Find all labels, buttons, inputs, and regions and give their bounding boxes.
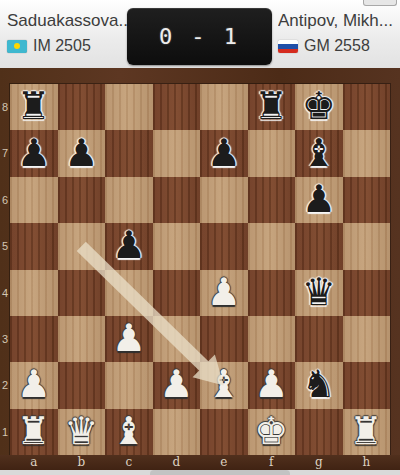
square-a6[interactable] <box>10 177 58 223</box>
kazakhstan-flag-icon <box>7 40 27 53</box>
square-c8[interactable] <box>105 84 153 130</box>
bottom-drag-handle[interactable] <box>150 470 290 475</box>
rank-labels: 87654321 <box>0 84 10 455</box>
square-b1[interactable]: ♛ <box>58 409 106 455</box>
square-c1[interactable]: ♝ <box>105 409 153 455</box>
square-c2[interactable] <box>105 362 153 408</box>
rank-label-2: 2 <box>0 362 10 408</box>
square-g1[interactable] <box>295 409 343 455</box>
white-pawn-a2[interactable]: ♟ <box>17 365 51 403</box>
square-e8[interactable] <box>200 84 248 130</box>
white-bishop-e2[interactable]: ♝ <box>207 365 241 403</box>
board-squares: ♜♜♚♟♟♟♝♟♟♟♛♟♟♟♝♟♞♜♛♝♚♜ <box>10 84 390 455</box>
square-b5[interactable] <box>58 223 106 269</box>
square-b2[interactable] <box>58 362 106 408</box>
file-label-g: g <box>295 455 343 470</box>
square-a3[interactable] <box>10 316 58 362</box>
white-player-rating: IM 2505 <box>33 37 91 55</box>
black-knight-g2[interactable]: ♞ <box>302 365 336 403</box>
game-header: Saduakassova... IM 2505 0 - 1 Antipov, M… <box>0 0 400 68</box>
square-g7[interactable]: ♝ <box>295 130 343 176</box>
square-e3[interactable] <box>200 316 248 362</box>
square-a8[interactable]: ♜ <box>10 84 58 130</box>
square-b6[interactable] <box>58 177 106 223</box>
rank-label-1: 1 <box>0 409 10 455</box>
square-d1[interactable] <box>153 409 201 455</box>
square-a7[interactable]: ♟ <box>10 130 58 176</box>
white-player-panel[interactable]: Saduakassova... IM 2505 <box>0 8 128 66</box>
square-b3[interactable] <box>58 316 106 362</box>
square-h6[interactable] <box>343 177 391 223</box>
file-label-f: f <box>248 455 296 470</box>
square-f3[interactable] <box>248 316 296 362</box>
square-d3[interactable] <box>153 316 201 362</box>
score-display: 0 - 1 <box>127 8 272 65</box>
square-b8[interactable] <box>58 84 106 130</box>
black-player-panel[interactable]: Antipov, Mikh... GM 2558 <box>272 8 400 66</box>
square-e7[interactable]: ♟ <box>200 130 248 176</box>
rank-label-8: 8 <box>0 84 10 130</box>
russia-flag-icon <box>278 40 298 53</box>
black-pawn-e7[interactable]: ♟ <box>207 134 241 172</box>
white-rook-a1[interactable]: ♜ <box>17 412 51 450</box>
score-text: 0 - 1 <box>159 24 240 49</box>
file-label-h: h <box>343 455 391 470</box>
square-a4[interactable] <box>10 270 58 316</box>
square-c4[interactable] <box>105 270 153 316</box>
square-g4[interactable]: ♛ <box>295 270 343 316</box>
square-c5[interactable]: ♟ <box>105 223 153 269</box>
square-f6[interactable] <box>248 177 296 223</box>
black-pawn-c5[interactable]: ♟ <box>112 226 146 264</box>
black-rook-a8[interactable]: ♜ <box>17 87 51 125</box>
square-h2[interactable] <box>343 362 391 408</box>
square-d8[interactable] <box>153 84 201 130</box>
white-king-f1[interactable]: ♚ <box>254 412 288 450</box>
white-pawn-d2[interactable]: ♟ <box>159 365 193 403</box>
square-a1[interactable]: ♜ <box>10 409 58 455</box>
square-e1[interactable] <box>200 409 248 455</box>
square-d5[interactable] <box>153 223 201 269</box>
square-d2[interactable]: ♟ <box>153 362 201 408</box>
square-f8[interactable]: ♜ <box>248 84 296 130</box>
square-d7[interactable] <box>153 130 201 176</box>
square-h5[interactable] <box>343 223 391 269</box>
square-f1[interactable]: ♚ <box>248 409 296 455</box>
black-pawn-a7[interactable]: ♟ <box>17 134 51 172</box>
square-h4[interactable] <box>343 270 391 316</box>
square-e5[interactable] <box>200 223 248 269</box>
white-pawn-f2[interactable]: ♟ <box>254 365 288 403</box>
white-pawn-c3[interactable]: ♟ <box>112 319 146 357</box>
file-label-a: a <box>10 455 58 470</box>
black-rook-f8[interactable]: ♜ <box>254 87 288 125</box>
black-player-name: Antipov, Mikh... <box>278 8 400 34</box>
square-e6[interactable] <box>200 177 248 223</box>
square-d6[interactable] <box>153 177 201 223</box>
black-player-rating: GM 2558 <box>304 37 370 55</box>
file-label-b: b <box>58 455 106 470</box>
square-g3[interactable] <box>295 316 343 362</box>
file-labels: abcdefgh <box>10 455 390 470</box>
partial-top-button[interactable] <box>363 0 397 6</box>
square-g2[interactable]: ♞ <box>295 362 343 408</box>
square-g8[interactable]: ♚ <box>295 84 343 130</box>
chess-board: 87654321 ♜♜♚♟♟♟♝♟♟♟♛♟♟♟♝♟♞♜♛♝♚♜ abcdefgh <box>0 68 400 470</box>
square-h7[interactable] <box>343 130 391 176</box>
black-pawn-g6[interactable]: ♟ <box>302 180 336 218</box>
rank-label-5: 5 <box>0 223 10 269</box>
square-e2[interactable]: ♝ <box>200 362 248 408</box>
chess-app-screen: Saduakassova... IM 2505 0 - 1 Antipov, M… <box>0 0 400 475</box>
white-player-name: Saduakassova... <box>7 8 128 34</box>
white-pawn-e4[interactable]: ♟ <box>207 273 241 311</box>
square-g6[interactable]: ♟ <box>295 177 343 223</box>
square-h8[interactable] <box>343 84 391 130</box>
square-h3[interactable] <box>343 316 391 362</box>
rank-label-3: 3 <box>0 316 10 362</box>
square-d4[interactable] <box>153 270 201 316</box>
square-c6[interactable] <box>105 177 153 223</box>
square-a5[interactable] <box>10 223 58 269</box>
black-queen-g4[interactable]: ♛ <box>302 273 336 311</box>
white-bishop-c1[interactable]: ♝ <box>112 412 146 450</box>
square-h1[interactable]: ♜ <box>343 409 391 455</box>
square-c7[interactable] <box>105 130 153 176</box>
file-label-c: c <box>105 455 153 470</box>
white-rook-h1[interactable]: ♜ <box>349 412 383 450</box>
file-label-e: e <box>200 455 248 470</box>
file-label-d: d <box>153 455 201 470</box>
white-queen-b1[interactable]: ♛ <box>64 412 98 450</box>
black-king-g8[interactable]: ♚ <box>302 87 336 125</box>
square-f4[interactable] <box>248 270 296 316</box>
square-b7[interactable]: ♟ <box>58 130 106 176</box>
square-b4[interactable] <box>58 270 106 316</box>
square-c3[interactable]: ♟ <box>105 316 153 362</box>
rank-label-6: 6 <box>0 177 10 223</box>
square-g5[interactable] <box>295 223 343 269</box>
black-pawn-b7[interactable]: ♟ <box>64 134 98 172</box>
square-f2[interactable]: ♟ <box>248 362 296 408</box>
square-a2[interactable]: ♟ <box>10 362 58 408</box>
square-f5[interactable] <box>248 223 296 269</box>
black-bishop-g7[interactable]: ♝ <box>302 134 336 172</box>
rank-label-7: 7 <box>0 130 10 176</box>
square-f7[interactable] <box>248 130 296 176</box>
square-e4[interactable]: ♟ <box>200 270 248 316</box>
rank-label-4: 4 <box>0 270 10 316</box>
